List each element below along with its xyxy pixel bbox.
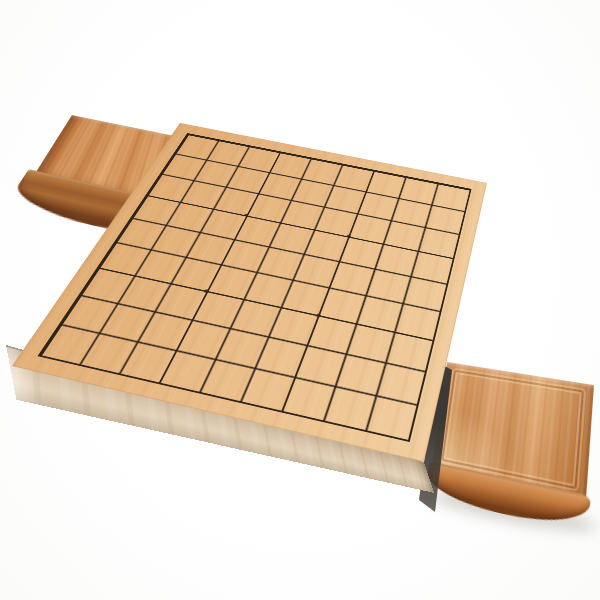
- hoshi-dot-bottom-left: [204, 289, 210, 293]
- hoshi-dot-top-right: [346, 235, 351, 239]
- scene: [0, 0, 600, 600]
- hoshi-dot-top-left: [244, 214, 249, 217]
- hoshi-dot-bottom-right: [315, 313, 321, 317]
